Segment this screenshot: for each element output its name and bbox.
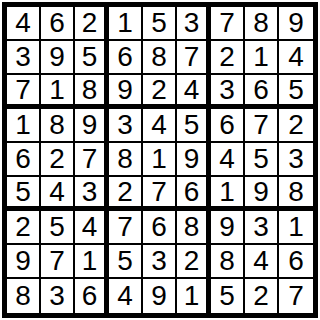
cell-r7c8[interactable]: 3: [245, 211, 279, 245]
cell-r9c2[interactable]: 3: [41, 279, 75, 313]
cell-r6c6[interactable]: 6: [177, 177, 211, 211]
cell-digit: 1: [49, 76, 65, 104]
cell-r8c1[interactable]: 9: [7, 245, 41, 279]
cell-digit: 1: [82, 247, 98, 275]
cell-digit: 2: [253, 282, 269, 310]
cell-digit: 1: [15, 111, 31, 139]
cell-digit: 3: [49, 282, 65, 310]
cell-r2c6[interactable]: 7: [177, 41, 211, 75]
cell-digit: 8: [151, 43, 167, 71]
cell-digit: 1: [184, 282, 200, 310]
cell-r2c2[interactable]: 9: [41, 41, 75, 75]
cell-digit: 5: [219, 282, 235, 310]
cell-digit: 2: [184, 247, 200, 275]
cell-r9c7[interactable]: 5: [211, 279, 245, 313]
cell-r3c8[interactable]: 6: [245, 75, 279, 109]
cell-r8c9[interactable]: 6: [279, 245, 313, 279]
cell-r1c5[interactable]: 5: [143, 7, 177, 41]
cell-r5c1[interactable]: 6: [7, 143, 41, 177]
cell-digit: 7: [219, 9, 235, 37]
cell-r9c5[interactable]: 9: [143, 279, 177, 313]
cell-digit: 8: [49, 111, 65, 139]
cell-r3c9[interactable]: 5: [279, 75, 313, 109]
cell-r9c3[interactable]: 6: [75, 279, 109, 313]
cell-r9c4[interactable]: 4: [109, 279, 143, 313]
cell-digit: 2: [15, 213, 31, 241]
cell-digit: 3: [253, 213, 269, 241]
cell-digit: 7: [184, 43, 200, 71]
cell-digit: 9: [151, 282, 167, 310]
cell-r7c2[interactable]: 5: [41, 211, 75, 245]
cell-r5c7[interactable]: 4: [211, 143, 245, 177]
cell-digit: 6: [82, 282, 98, 310]
cell-r4c1[interactable]: 1: [7, 109, 41, 143]
cell-digit: 3: [15, 43, 31, 71]
cell-r1c4[interactable]: 1: [109, 7, 143, 41]
cell-digit: 1: [117, 9, 133, 37]
cell-digit: 4: [184, 76, 200, 104]
cell-digit: 5: [151, 9, 167, 37]
cell-r9c8[interactable]: 2: [245, 279, 279, 313]
cell-digit: 9: [15, 247, 31, 275]
cell-r1c3[interactable]: 2: [75, 7, 109, 41]
cell-digit: 9: [219, 213, 235, 241]
cell-digit: 4: [288, 43, 304, 71]
cell-digit: 5: [184, 111, 200, 139]
cell-digit: 6: [253, 76, 269, 104]
cell-digit: 5: [49, 213, 65, 241]
cell-r4c5[interactable]: 4: [143, 109, 177, 143]
cell-digit: 4: [219, 145, 235, 173]
cell-r8c8[interactable]: 4: [245, 245, 279, 279]
cell-r4c7[interactable]: 6: [211, 109, 245, 143]
cell-r4c6[interactable]: 5: [177, 109, 211, 143]
cell-r9c1[interactable]: 8: [7, 279, 41, 313]
cell-r2c4[interactable]: 6: [109, 41, 143, 75]
cell-r6c8[interactable]: 9: [245, 177, 279, 211]
cell-digit: 5: [253, 145, 269, 173]
cell-digit: 3: [184, 9, 200, 37]
cell-r5c9[interactable]: 3: [279, 143, 313, 177]
cell-r8c4[interactable]: 5: [109, 245, 143, 279]
cell-digit: 4: [117, 282, 133, 310]
cell-digit: 2: [219, 43, 235, 71]
cell-digit: 8: [288, 178, 304, 206]
cell-digit: 8: [219, 247, 235, 275]
cell-r1c7[interactable]: 7: [211, 7, 245, 41]
cell-r3c4[interactable]: 9: [109, 75, 143, 109]
cell-r9c6[interactable]: 1: [177, 279, 211, 313]
cell-digit: 9: [253, 178, 269, 206]
cell-r4c9[interactable]: 2: [279, 109, 313, 143]
cell-r3c5[interactable]: 2: [143, 75, 177, 109]
cell-digit: 3: [82, 178, 98, 206]
cell-r1c8[interactable]: 8: [245, 7, 279, 41]
cell-digit: 7: [82, 145, 98, 173]
cell-r7c7[interactable]: 9: [211, 211, 245, 245]
cell-digit: 5: [15, 178, 31, 206]
cell-r7c1[interactable]: 2: [7, 211, 41, 245]
cell-digit: 4: [82, 213, 98, 241]
cell-r2c9[interactable]: 4: [279, 41, 313, 75]
cell-r7c3[interactable]: 4: [75, 211, 109, 245]
cell-digit: 6: [151, 213, 167, 241]
cell-r7c5[interactable]: 6: [143, 211, 177, 245]
cell-r4c3[interactable]: 9: [75, 109, 109, 143]
cell-digit: 2: [151, 76, 167, 104]
cell-r1c1[interactable]: 4: [7, 7, 41, 41]
cell-r3c6[interactable]: 4: [177, 75, 211, 109]
cell-digit: 1: [253, 43, 269, 71]
cell-r7c9[interactable]: 1: [279, 211, 313, 245]
cell-r6c7[interactable]: 1: [211, 177, 245, 211]
cell-digit: 8: [15, 282, 31, 310]
cell-r8c6[interactable]: 2: [177, 245, 211, 279]
cell-digit: 8: [82, 76, 98, 104]
cell-digit: 5: [82, 43, 98, 71]
cell-digit: 6: [15, 145, 31, 173]
cell-digit: 3: [288, 145, 304, 173]
cell-digit: 4: [151, 111, 167, 139]
cell-r6c2[interactable]: 4: [41, 177, 75, 211]
cell-digit: 1: [219, 178, 235, 206]
cell-r8c3[interactable]: 1: [75, 245, 109, 279]
cell-r2c3[interactable]: 5: [75, 41, 109, 75]
cell-r4c8[interactable]: 7: [245, 109, 279, 143]
cell-digit: 3: [219, 76, 235, 104]
cell-digit: 1: [288, 213, 304, 241]
cell-r6c5[interactable]: 7: [143, 177, 177, 211]
cell-r6c3[interactable]: 3: [75, 177, 109, 211]
cell-r2c1[interactable]: 3: [7, 41, 41, 75]
cell-digit: 7: [15, 76, 31, 104]
cell-digit: 9: [82, 111, 98, 139]
cell-digit: 6: [219, 111, 235, 139]
cell-r1c6[interactable]: 3: [177, 7, 211, 41]
cell-r7c6[interactable]: 8: [177, 211, 211, 245]
cell-r8c7[interactable]: 8: [211, 245, 245, 279]
cell-r4c2[interactable]: 8: [41, 109, 75, 143]
cell-r6c4[interactable]: 2: [109, 177, 143, 211]
cell-digit: 3: [151, 247, 167, 275]
cell-digit: 2: [49, 145, 65, 173]
cell-r6c9[interactable]: 8: [279, 177, 313, 211]
cell-digit: 8: [117, 145, 133, 173]
cell-digit: 9: [49, 43, 65, 71]
cell-r8c2[interactable]: 7: [41, 245, 75, 279]
cell-r5c3[interactable]: 7: [75, 143, 109, 177]
cell-digit: 7: [288, 282, 304, 310]
cell-digit: 3: [117, 111, 133, 139]
cell-r3c2[interactable]: 1: [41, 75, 75, 109]
cell-r3c3[interactable]: 8: [75, 75, 109, 109]
cell-r5c8[interactable]: 5: [245, 143, 279, 177]
cell-digit: 5: [288, 76, 304, 104]
cell-r7c4[interactable]: 7: [109, 211, 143, 245]
cell-digit: 6: [49, 9, 65, 37]
cell-r2c5[interactable]: 8: [143, 41, 177, 75]
cell-digit: 7: [253, 111, 269, 139]
cell-digit: 9: [184, 145, 200, 173]
cell-r4c4[interactable]: 3: [109, 109, 143, 143]
cell-digit: 5: [117, 247, 133, 275]
cell-r5c5[interactable]: 1: [143, 143, 177, 177]
cell-digit: 8: [253, 9, 269, 37]
sudoku-board: 4621537893956872147189243651893456726278…: [2, 2, 318, 318]
cell-digit: 7: [151, 178, 167, 206]
cell-digit: 2: [288, 111, 304, 139]
cell-digit: 1: [151, 145, 167, 173]
cell-r3c1[interactable]: 7: [7, 75, 41, 109]
cell-r1c2[interactable]: 6: [41, 7, 75, 41]
cell-digit: 4: [15, 9, 31, 37]
cell-r5c4[interactable]: 8: [109, 143, 143, 177]
cell-digit: 6: [117, 43, 133, 71]
cell-r9c9[interactable]: 7: [279, 279, 313, 313]
cell-r2c7[interactable]: 2: [211, 41, 245, 75]
cell-digit: 6: [288, 247, 304, 275]
cell-r2c8[interactable]: 1: [245, 41, 279, 75]
cell-r3c7[interactable]: 3: [211, 75, 245, 109]
cell-r5c6[interactable]: 9: [177, 143, 211, 177]
cell-r8c5[interactable]: 3: [143, 245, 177, 279]
cell-digit: 7: [49, 247, 65, 275]
cell-r6c1[interactable]: 5: [7, 177, 41, 211]
cell-digit: 4: [253, 247, 269, 275]
cell-digit: 8: [184, 213, 200, 241]
cell-digit: 6: [184, 178, 200, 206]
cell-digit: 2: [82, 9, 98, 37]
cell-digit: 4: [49, 178, 65, 206]
cell-r5c2[interactable]: 2: [41, 143, 75, 177]
cell-r1c9[interactable]: 9: [279, 7, 313, 41]
cell-digit: 9: [288, 9, 304, 37]
cell-digit: 7: [117, 213, 133, 241]
cell-digit: 2: [117, 178, 133, 206]
cell-digit: 9: [117, 76, 133, 104]
